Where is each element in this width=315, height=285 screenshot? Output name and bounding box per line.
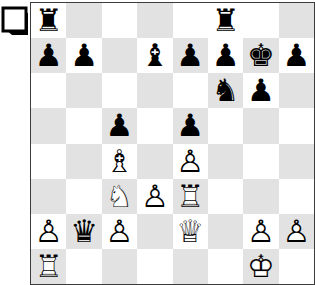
piece-white-knight: ♞♘ bbox=[102, 179, 137, 214]
square-a4[interactable] bbox=[31, 144, 66, 179]
piece-white-pawn: ♟♙ bbox=[173, 144, 208, 179]
square-c7[interactable] bbox=[102, 38, 137, 73]
square-e8[interactable] bbox=[173, 3, 208, 38]
square-h7[interactable]: ♟ bbox=[279, 38, 314, 73]
square-b4[interactable] bbox=[66, 144, 101, 179]
square-e1[interactable] bbox=[173, 249, 208, 284]
square-b8[interactable] bbox=[66, 3, 101, 38]
square-d7[interactable]: ♝ bbox=[137, 38, 172, 73]
square-f2[interactable] bbox=[208, 214, 243, 249]
piece-white-king: ♚♔ bbox=[243, 249, 278, 284]
square-a1[interactable]: ♜♖ bbox=[31, 249, 66, 284]
square-b5[interactable] bbox=[66, 108, 101, 143]
piece-solid-layer: ♝ bbox=[137, 38, 172, 73]
square-f3[interactable] bbox=[208, 179, 243, 214]
square-h1[interactable] bbox=[279, 249, 314, 284]
piece-solid-layer: ♟ bbox=[279, 38, 314, 73]
square-e4[interactable]: ♟♙ bbox=[173, 144, 208, 179]
square-b2[interactable]: ♛ bbox=[66, 214, 101, 249]
piece-outline-layer: ♙ bbox=[243, 214, 278, 249]
square-h6[interactable] bbox=[279, 73, 314, 108]
square-h2[interactable]: ♟♙ bbox=[279, 214, 314, 249]
piece-black-pawn: ♟ bbox=[279, 38, 314, 73]
square-g2[interactable]: ♟♙ bbox=[243, 214, 278, 249]
square-g6[interactable]: ♟ bbox=[243, 73, 278, 108]
piece-outline-layer: ♖ bbox=[31, 249, 66, 284]
square-a5[interactable] bbox=[31, 108, 66, 143]
square-f5[interactable] bbox=[208, 108, 243, 143]
piece-white-pawn: ♟♙ bbox=[279, 214, 314, 249]
square-c8[interactable] bbox=[102, 3, 137, 38]
square-g7[interactable]: ♚ bbox=[243, 38, 278, 73]
square-e6[interactable] bbox=[173, 73, 208, 108]
square-d6[interactable] bbox=[137, 73, 172, 108]
piece-white-rook: ♜♖ bbox=[173, 179, 208, 214]
piece-solid-layer: ♟ bbox=[102, 108, 137, 143]
square-f7[interactable]: ♟ bbox=[208, 38, 243, 73]
piece-solid-layer: ♜ bbox=[208, 3, 243, 38]
piece-solid-layer: ♟ bbox=[243, 73, 278, 108]
square-c4[interactable]: ♝♗ bbox=[102, 144, 137, 179]
piece-outline-layer: ♔ bbox=[243, 249, 278, 284]
square-d3[interactable]: ♟♙ bbox=[137, 179, 172, 214]
piece-black-pawn: ♟ bbox=[173, 108, 208, 143]
square-g3[interactable] bbox=[243, 179, 278, 214]
piece-solid-layer: ♛ bbox=[66, 214, 101, 249]
piece-solid-layer: ♞ bbox=[208, 73, 243, 108]
piece-black-rook: ♜ bbox=[31, 3, 66, 38]
piece-black-pawn: ♟ bbox=[66, 38, 101, 73]
square-b6[interactable] bbox=[66, 73, 101, 108]
square-e5[interactable]: ♟ bbox=[173, 108, 208, 143]
piece-white-pawn: ♟♙ bbox=[243, 214, 278, 249]
square-g1[interactable]: ♚♔ bbox=[243, 249, 278, 284]
square-h5[interactable] bbox=[279, 108, 314, 143]
square-h8[interactable] bbox=[279, 3, 314, 38]
square-g4[interactable] bbox=[243, 144, 278, 179]
piece-outline-layer: ♘ bbox=[102, 179, 137, 214]
piece-solid-layer: ♟ bbox=[173, 108, 208, 143]
square-f8[interactable]: ♜ bbox=[208, 3, 243, 38]
square-d8[interactable] bbox=[137, 3, 172, 38]
square-c1[interactable] bbox=[102, 249, 137, 284]
piece-black-knight: ♞ bbox=[208, 73, 243, 108]
piece-outline-layer: ♙ bbox=[279, 214, 314, 249]
white-to-move-icon bbox=[1, 6, 31, 38]
piece-outline-layer: ♙ bbox=[137, 179, 172, 214]
piece-outline-layer: ♙ bbox=[173, 144, 208, 179]
piece-outline-layer: ♕ bbox=[173, 214, 208, 249]
square-d5[interactable] bbox=[137, 108, 172, 143]
piece-solid-layer: ♟ bbox=[31, 38, 66, 73]
square-c6[interactable] bbox=[102, 73, 137, 108]
piece-white-pawn: ♟♙ bbox=[102, 214, 137, 249]
piece-white-queen: ♛♕ bbox=[173, 214, 208, 249]
piece-white-bishop: ♝♗ bbox=[102, 144, 137, 179]
square-h3[interactable] bbox=[279, 179, 314, 214]
square-a2[interactable]: ♟♙ bbox=[31, 214, 66, 249]
piece-solid-layer: ♜ bbox=[31, 3, 66, 38]
square-c2[interactable]: ♟♙ bbox=[102, 214, 137, 249]
square-f1[interactable] bbox=[208, 249, 243, 284]
piece-black-bishop: ♝ bbox=[137, 38, 172, 73]
square-a7[interactable]: ♟ bbox=[31, 38, 66, 73]
square-a8[interactable]: ♜ bbox=[31, 3, 66, 38]
square-b1[interactable] bbox=[66, 249, 101, 284]
square-g5[interactable] bbox=[243, 108, 278, 143]
piece-solid-layer: ♚ bbox=[243, 38, 278, 73]
square-g8[interactable] bbox=[243, 3, 278, 38]
square-h4[interactable] bbox=[279, 144, 314, 179]
chess-board: ♜♜♟♟♝♟♟♚♟♞♟♟♟♝♗♟♙♞♘♟♙♜♖♟♙♛♟♙♛♕♟♙♟♙♜♖♚♔ bbox=[30, 2, 315, 285]
square-f4[interactable] bbox=[208, 144, 243, 179]
square-d1[interactable] bbox=[137, 249, 172, 284]
piece-black-pawn: ♟ bbox=[208, 38, 243, 73]
piece-black-king: ♚ bbox=[243, 38, 278, 73]
square-b3[interactable] bbox=[66, 179, 101, 214]
piece-white-pawn: ♟♙ bbox=[31, 214, 66, 249]
piece-black-queen: ♛ bbox=[66, 214, 101, 249]
square-d4[interactable] bbox=[137, 144, 172, 179]
piece-white-pawn: ♟♙ bbox=[137, 179, 172, 214]
piece-black-pawn: ♟ bbox=[243, 73, 278, 108]
square-a3[interactable] bbox=[31, 179, 66, 214]
square-d2[interactable] bbox=[137, 214, 172, 249]
piece-black-pawn: ♟ bbox=[173, 38, 208, 73]
square-b7[interactable]: ♟ bbox=[66, 38, 101, 73]
square-f6[interactable]: ♞ bbox=[208, 73, 243, 108]
square-a6[interactable] bbox=[31, 73, 66, 108]
piece-black-rook: ♜ bbox=[208, 3, 243, 38]
piece-outline-layer: ♙ bbox=[102, 214, 137, 249]
piece-outline-layer: ♙ bbox=[31, 214, 66, 249]
square-e7[interactable]: ♟ bbox=[173, 38, 208, 73]
square-e2[interactable]: ♛♕ bbox=[173, 214, 208, 249]
square-e3[interactable]: ♜♖ bbox=[173, 179, 208, 214]
square-c5[interactable]: ♟ bbox=[102, 108, 137, 143]
square-c3[interactable]: ♞♘ bbox=[102, 179, 137, 214]
piece-outline-layer: ♗ bbox=[102, 144, 137, 179]
piece-solid-layer: ♟ bbox=[66, 38, 101, 73]
piece-outline-layer: ♖ bbox=[173, 179, 208, 214]
piece-black-pawn: ♟ bbox=[31, 38, 66, 73]
piece-solid-layer: ♟ bbox=[208, 38, 243, 73]
piece-black-pawn: ♟ bbox=[102, 108, 137, 143]
piece-white-rook: ♜♖ bbox=[31, 249, 66, 284]
piece-solid-layer: ♟ bbox=[173, 38, 208, 73]
